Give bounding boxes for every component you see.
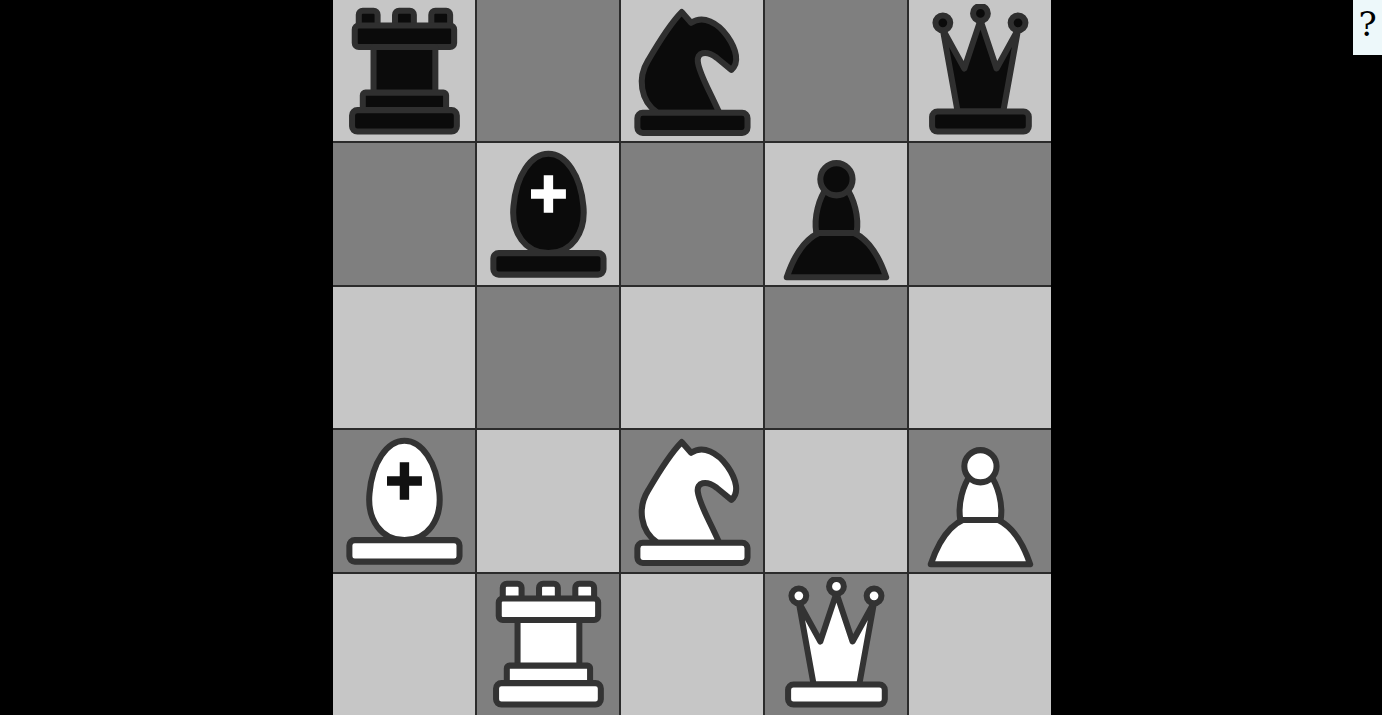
black-queen[interactable]: [913, 4, 1048, 138]
square-a4[interactable]: [333, 143, 475, 284]
square-a3[interactable]: [333, 287, 475, 428]
square-a5[interactable]: [333, 0, 475, 141]
square-d4[interactable]: [765, 143, 907, 284]
square-e4[interactable]: [909, 143, 1051, 284]
square-c3[interactable]: [621, 287, 763, 428]
square-a1[interactable]: [333, 574, 475, 715]
app-background: { "game": "chess (5x5 minichess)", "posi…: [0, 0, 1382, 715]
square-d1[interactable]: [765, 574, 907, 715]
help-button[interactable]: ?: [1353, 0, 1382, 55]
black-knight[interactable]: [625, 4, 760, 138]
white-pawn[interactable]: [913, 434, 1048, 568]
square-c1[interactable]: [621, 574, 763, 715]
square-c2[interactable]: [621, 430, 763, 571]
square-c4[interactable]: [621, 143, 763, 284]
square-b5[interactable]: [477, 0, 619, 141]
square-c5[interactable]: [621, 0, 763, 141]
black-rook[interactable]: [337, 4, 472, 138]
square-b2[interactable]: [477, 430, 619, 571]
square-e5[interactable]: [909, 0, 1051, 141]
square-e1[interactable]: [909, 574, 1051, 715]
white-knight[interactable]: [625, 434, 760, 568]
square-e2[interactable]: [909, 430, 1051, 571]
square-d5[interactable]: [765, 0, 907, 141]
chess-board: [333, 0, 1051, 715]
white-queen[interactable]: [769, 577, 904, 711]
square-a2[interactable]: [333, 430, 475, 571]
square-d2[interactable]: [765, 430, 907, 571]
black-pawn[interactable]: [769, 147, 904, 281]
square-d3[interactable]: [765, 287, 907, 428]
white-king[interactable]: [337, 434, 472, 568]
square-b4[interactable]: [477, 143, 619, 284]
square-b1[interactable]: [477, 574, 619, 715]
black-king[interactable]: [481, 147, 616, 281]
square-b3[interactable]: [477, 287, 619, 428]
white-rook[interactable]: [481, 577, 616, 711]
square-e3[interactable]: [909, 287, 1051, 428]
